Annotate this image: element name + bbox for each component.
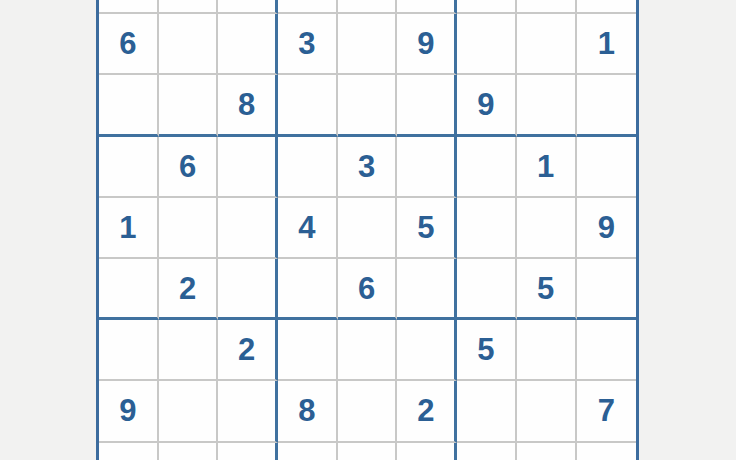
cell-r5c9[interactable]: 9 xyxy=(577,198,637,259)
given-digit: 3 xyxy=(358,151,375,182)
cell-r5c5[interactable] xyxy=(338,198,398,259)
cell-r1c7[interactable] xyxy=(457,0,517,14)
cell-r4c2[interactable]: 6 xyxy=(159,137,219,198)
cell-r6c7[interactable] xyxy=(457,259,517,320)
cell-r2c4[interactable]: 3 xyxy=(278,14,338,75)
cell-r5c1[interactable]: 1 xyxy=(99,198,159,259)
cell-r7c2[interactable] xyxy=(159,320,219,381)
cell-r5c7[interactable] xyxy=(457,198,517,259)
given-digit: 2 xyxy=(238,334,255,365)
cell-r1c6[interactable] xyxy=(397,0,457,14)
cell-r9c9[interactable] xyxy=(577,443,637,460)
cell-r5c6[interactable]: 5 xyxy=(397,198,457,259)
cell-r6c6[interactable] xyxy=(397,259,457,320)
cell-r4c8[interactable]: 1 xyxy=(517,137,577,198)
cell-r1c9[interactable] xyxy=(577,0,637,14)
cell-r2c8[interactable] xyxy=(517,14,577,75)
given-digit: 1 xyxy=(119,212,136,243)
cell-r3c4[interactable] xyxy=(278,75,338,136)
given-digit: 6 xyxy=(179,151,196,182)
given-digit: 9 xyxy=(417,28,434,59)
cell-r1c1[interactable] xyxy=(99,0,159,14)
cell-r8c2[interactable] xyxy=(159,381,219,442)
cell-r8c9[interactable]: 7 xyxy=(577,381,637,442)
given-digit: 5 xyxy=(537,273,554,304)
cell-r5c4[interactable]: 4 xyxy=(278,198,338,259)
cell-r2c5[interactable] xyxy=(338,14,398,75)
given-digit: 9 xyxy=(598,212,615,243)
given-digit: 7 xyxy=(598,395,615,426)
cell-r6c4[interactable] xyxy=(278,259,338,320)
given-digit: 8 xyxy=(238,89,255,120)
cell-r3c2[interactable] xyxy=(159,75,219,136)
cell-r8c8[interactable] xyxy=(517,381,577,442)
given-digit: 6 xyxy=(119,28,136,59)
cell-r6c5[interactable]: 6 xyxy=(338,259,398,320)
cell-r7c8[interactable] xyxy=(517,320,577,381)
cell-r9c2[interactable]: 4 xyxy=(159,443,219,460)
cell-r8c7[interactable] xyxy=(457,381,517,442)
cell-r6c1[interactable] xyxy=(99,259,159,320)
page-background: 5436391896311459265259827412 xyxy=(0,0,736,460)
cell-r2c1[interactable]: 6 xyxy=(99,14,159,75)
given-digit: 6 xyxy=(358,273,375,304)
cell-r2c6[interactable]: 9 xyxy=(397,14,457,75)
given-digit: 2 xyxy=(417,395,434,426)
cell-r2c3[interactable] xyxy=(218,14,278,75)
cell-r1c5[interactable]: 4 xyxy=(338,0,398,14)
cell-r3c1[interactable] xyxy=(99,75,159,136)
cell-r3c3[interactable]: 8 xyxy=(218,75,278,136)
cell-r2c2[interactable] xyxy=(159,14,219,75)
cell-r8c4[interactable]: 8 xyxy=(278,381,338,442)
cell-r2c7[interactable] xyxy=(457,14,517,75)
cell-r4c3[interactable] xyxy=(218,137,278,198)
cell-r8c5[interactable] xyxy=(338,381,398,442)
cell-r6c3[interactable] xyxy=(218,259,278,320)
cell-r4c6[interactable] xyxy=(397,137,457,198)
cell-r8c1[interactable]: 9 xyxy=(99,381,159,442)
cell-r4c1[interactable] xyxy=(99,137,159,198)
cell-r7c5[interactable] xyxy=(338,320,398,381)
cell-r6c9[interactable] xyxy=(577,259,637,320)
given-digit: 9 xyxy=(119,395,136,426)
cell-r1c3[interactable] xyxy=(218,0,278,14)
cell-r1c2[interactable]: 5 xyxy=(159,0,219,14)
sudoku-board: 5436391896311459265259827412 xyxy=(96,0,639,460)
cell-r4c5[interactable]: 3 xyxy=(338,137,398,198)
given-digit: 5 xyxy=(417,212,434,243)
cell-r6c8[interactable]: 5 xyxy=(517,259,577,320)
given-digit: 2 xyxy=(179,273,196,304)
cell-r9c3[interactable] xyxy=(218,443,278,460)
cell-r7c1[interactable] xyxy=(99,320,159,381)
given-digit: 1 xyxy=(537,151,554,182)
cell-r6c2[interactable]: 2 xyxy=(159,259,219,320)
cell-r7c7[interactable]: 5 xyxy=(457,320,517,381)
cell-r4c7[interactable] xyxy=(457,137,517,198)
given-digit: 4 xyxy=(298,212,315,243)
cell-r9c5[interactable]: 1 xyxy=(338,443,398,460)
cell-r4c4[interactable] xyxy=(278,137,338,198)
cell-r2c9[interactable]: 1 xyxy=(577,14,637,75)
cell-r5c2[interactable] xyxy=(159,198,219,259)
cell-r7c9[interactable] xyxy=(577,320,637,381)
cell-r7c6[interactable] xyxy=(397,320,457,381)
cell-r3c5[interactable] xyxy=(338,75,398,136)
cell-r5c3[interactable] xyxy=(218,198,278,259)
cell-r9c6[interactable] xyxy=(397,443,457,460)
given-digit: 1 xyxy=(598,28,615,59)
given-digit: 8 xyxy=(298,395,315,426)
cell-r9c4[interactable] xyxy=(278,443,338,460)
cell-r9c1[interactable] xyxy=(99,443,159,460)
cell-r5c8[interactable] xyxy=(517,198,577,259)
cell-r8c3[interactable] xyxy=(218,381,278,442)
given-digit: 5 xyxy=(477,334,494,365)
cell-r3c7[interactable]: 9 xyxy=(457,75,517,136)
cell-r7c3[interactable]: 2 xyxy=(218,320,278,381)
cell-r1c4[interactable] xyxy=(278,0,338,14)
cell-r1c8[interactable]: 3 xyxy=(517,0,577,14)
cell-r4c9[interactable] xyxy=(577,137,637,198)
cell-r9c7[interactable] xyxy=(457,443,517,460)
given-digit: 3 xyxy=(298,28,315,59)
cell-r7c4[interactable] xyxy=(278,320,338,381)
cell-r3c8[interactable] xyxy=(517,75,577,136)
cell-r3c9[interactable] xyxy=(577,75,637,136)
given-digit: 9 xyxy=(477,89,494,120)
cell-r8c6[interactable]: 2 xyxy=(397,381,457,442)
cell-r3c6[interactable] xyxy=(397,75,457,136)
cell-r9c8[interactable]: 2 xyxy=(517,443,577,460)
